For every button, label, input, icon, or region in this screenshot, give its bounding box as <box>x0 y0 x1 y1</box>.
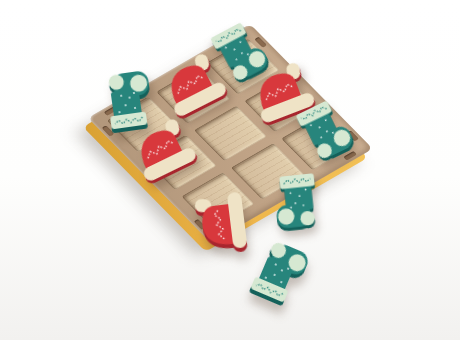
piece-hat-front-corner[interactable] <box>194 187 251 253</box>
santa-hat-icon <box>194 187 251 253</box>
stocking-icon <box>245 236 312 308</box>
piece-stocking-hanging-edge[interactable] <box>272 169 324 231</box>
finger-slot <box>343 151 357 160</box>
stocking-icon <box>99 69 155 133</box>
piece-stocking-r1c1[interactable] <box>99 69 155 133</box>
photo-scene <box>0 0 460 340</box>
piece-stocking-on-table[interactable] <box>245 236 312 308</box>
stocking-icon <box>272 169 324 231</box>
